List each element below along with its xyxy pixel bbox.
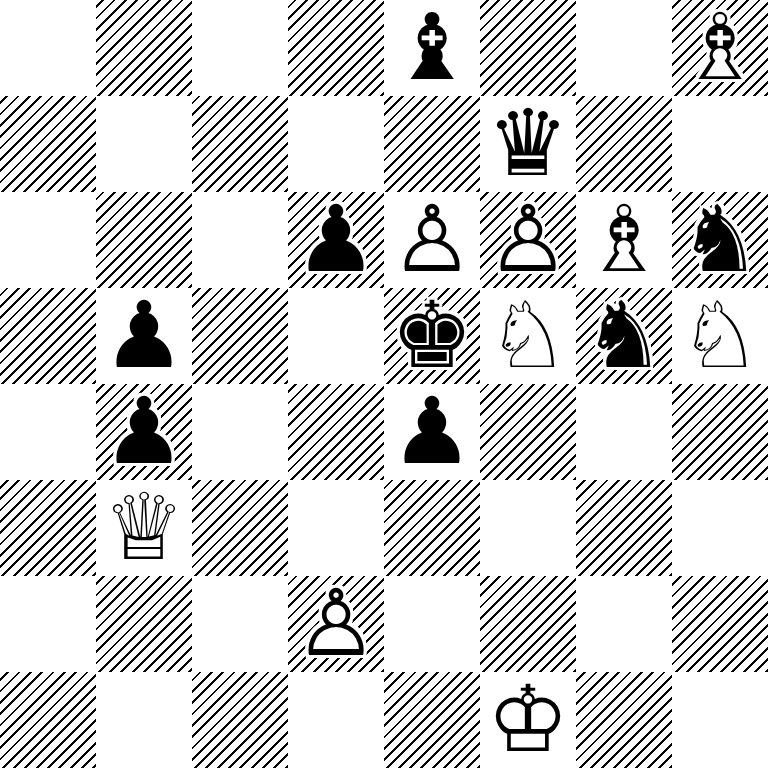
square-b2[interactable] xyxy=(96,576,192,672)
chess-board: ♝♝♝♗♛♛♟♟♟♙♟♙♝♗♞♞♟♟♚♚♞♘♞♞♞♘♟♟♟♟♛♕♟♙♚♔ xyxy=(0,0,768,768)
square-h2[interactable] xyxy=(672,576,768,672)
black-pawn-piece: ♟ xyxy=(288,192,384,288)
square-h8[interactable]: ♝♗ xyxy=(672,0,768,96)
square-g8[interactable] xyxy=(576,0,672,96)
square-g3[interactable] xyxy=(576,480,672,576)
square-a5[interactable] xyxy=(0,288,96,384)
square-a2[interactable] xyxy=(0,576,96,672)
black-king-piece: ♚ xyxy=(384,288,480,384)
square-d4[interactable] xyxy=(288,384,384,480)
square-g1[interactable] xyxy=(576,672,672,768)
square-b1[interactable] xyxy=(96,672,192,768)
square-d6[interactable]: ♟♟ xyxy=(288,192,384,288)
black-bishop-piece: ♝ xyxy=(384,0,480,96)
white-pawn-piece: ♙ xyxy=(288,576,384,672)
square-b7[interactable] xyxy=(96,96,192,192)
square-a4[interactable] xyxy=(0,384,96,480)
square-g2[interactable] xyxy=(576,576,672,672)
square-g4[interactable] xyxy=(576,384,672,480)
square-c5[interactable] xyxy=(192,288,288,384)
square-f7[interactable]: ♛♛ xyxy=(480,96,576,192)
square-b4[interactable]: ♟♟ xyxy=(96,384,192,480)
square-h5[interactable]: ♞♘ xyxy=(672,288,768,384)
square-a7[interactable] xyxy=(0,96,96,192)
square-g7[interactable] xyxy=(576,96,672,192)
square-d3[interactable] xyxy=(288,480,384,576)
black-knight-piece: ♞ xyxy=(672,192,768,288)
square-e4[interactable]: ♟♟ xyxy=(384,384,480,480)
square-c6[interactable] xyxy=(192,192,288,288)
square-f3[interactable] xyxy=(480,480,576,576)
square-c1[interactable] xyxy=(192,672,288,768)
square-e6[interactable]: ♟♙ xyxy=(384,192,480,288)
square-b3[interactable]: ♛♕ xyxy=(96,480,192,576)
square-f8[interactable] xyxy=(480,0,576,96)
square-a8[interactable] xyxy=(0,0,96,96)
square-c3[interactable] xyxy=(192,480,288,576)
white-pawn-piece: ♙ xyxy=(384,192,480,288)
square-f5[interactable]: ♞♘ xyxy=(480,288,576,384)
square-b6[interactable] xyxy=(96,192,192,288)
black-pawn-piece: ♟ xyxy=(384,384,480,480)
square-c7[interactable] xyxy=(192,96,288,192)
square-f2[interactable] xyxy=(480,576,576,672)
square-h7[interactable] xyxy=(672,96,768,192)
white-pawn-piece: ♙ xyxy=(480,192,576,288)
square-f1[interactable]: ♚♔ xyxy=(480,672,576,768)
square-e5[interactable]: ♚♚ xyxy=(384,288,480,384)
white-king-piece: ♔ xyxy=(480,672,576,768)
square-a6[interactable] xyxy=(0,192,96,288)
white-queen-piece: ♕ xyxy=(96,480,192,576)
square-b8[interactable] xyxy=(96,0,192,96)
square-d2[interactable]: ♟♙ xyxy=(288,576,384,672)
square-g6[interactable]: ♝♗ xyxy=(576,192,672,288)
white-knight-piece: ♘ xyxy=(480,288,576,384)
square-e1[interactable] xyxy=(384,672,480,768)
white-bishop-piece: ♗ xyxy=(672,0,768,96)
square-c8[interactable] xyxy=(192,0,288,96)
square-e3[interactable] xyxy=(384,480,480,576)
square-b5[interactable]: ♟♟ xyxy=(96,288,192,384)
square-h4[interactable] xyxy=(672,384,768,480)
white-knight-piece: ♘ xyxy=(672,288,768,384)
square-g5[interactable]: ♞♞ xyxy=(576,288,672,384)
square-d8[interactable] xyxy=(288,0,384,96)
square-a1[interactable] xyxy=(0,672,96,768)
square-f4[interactable] xyxy=(480,384,576,480)
square-e8[interactable]: ♝♝ xyxy=(384,0,480,96)
square-d1[interactable] xyxy=(288,672,384,768)
black-queen-piece: ♛ xyxy=(480,96,576,192)
square-e7[interactable] xyxy=(384,96,480,192)
square-d7[interactable] xyxy=(288,96,384,192)
square-c2[interactable] xyxy=(192,576,288,672)
square-e2[interactable] xyxy=(384,576,480,672)
square-a3[interactable] xyxy=(0,480,96,576)
white-bishop-piece: ♗ xyxy=(576,192,672,288)
square-h6[interactable]: ♞♞ xyxy=(672,192,768,288)
black-pawn-piece: ♟ xyxy=(96,288,192,384)
square-c4[interactable] xyxy=(192,384,288,480)
square-h3[interactable] xyxy=(672,480,768,576)
square-h1[interactable] xyxy=(672,672,768,768)
square-d5[interactable] xyxy=(288,288,384,384)
black-knight-piece: ♞ xyxy=(576,288,672,384)
black-pawn-piece: ♟ xyxy=(96,384,192,480)
square-f6[interactable]: ♟♙ xyxy=(480,192,576,288)
